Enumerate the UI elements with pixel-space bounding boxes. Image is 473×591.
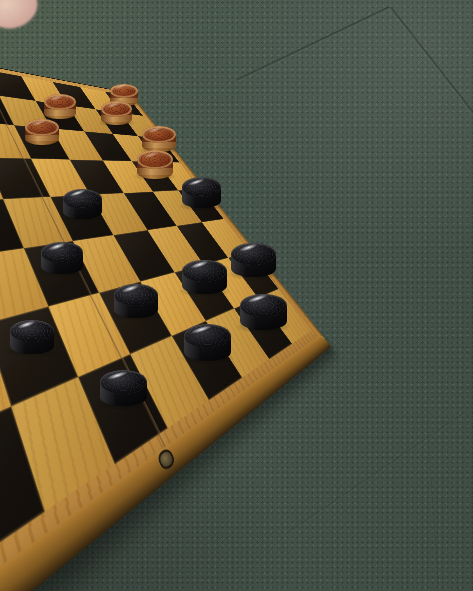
specular-highlight-icon (107, 370, 128, 381)
piece-top (137, 150, 173, 169)
piece-top (240, 294, 287, 318)
checker-piece-red[interactable] (25, 119, 59, 146)
specular-highlight-icon (142, 150, 158, 159)
specular-highlight-icon (106, 101, 120, 109)
specular-highlight-icon (30, 119, 45, 127)
piece-top (182, 260, 226, 283)
checker-piece-black[interactable] (184, 324, 231, 361)
specular-highlight-icon (147, 126, 162, 134)
checker-piece-black[interactable] (240, 294, 287, 331)
piece-top (142, 126, 176, 143)
specular-highlight-icon (188, 177, 206, 186)
piece-top (184, 324, 231, 348)
piece-top (231, 243, 275, 266)
photo-scene (0, 0, 473, 591)
specular-highlight-icon (114, 84, 127, 91)
piece-top (100, 370, 147, 394)
checker-piece-black[interactable] (182, 177, 221, 208)
piece-top (41, 242, 83, 263)
piece-top (114, 284, 158, 307)
specular-highlight-icon (69, 189, 87, 198)
checker-piece-black[interactable] (100, 370, 147, 407)
piece-top (25, 119, 59, 136)
checker-piece-black[interactable] (41, 242, 83, 275)
checker-piece-black[interactable] (114, 284, 158, 319)
specular-highlight-icon (17, 320, 37, 331)
specular-highlight-icon (247, 293, 268, 304)
specular-highlight-icon (191, 324, 212, 335)
checker-piece-black[interactable] (10, 320, 54, 355)
checker-piece-black[interactable] (182, 260, 226, 295)
specular-highlight-icon (49, 94, 63, 102)
checker-piece-black[interactable] (231, 243, 275, 278)
specular-highlight-icon (120, 283, 140, 294)
checker-piece-red[interactable] (101, 101, 132, 126)
specular-highlight-icon (189, 259, 209, 270)
checker-piece-red[interactable] (44, 94, 75, 119)
specular-highlight-icon (47, 241, 66, 251)
pieces-layer (0, 0, 473, 591)
checker-piece-black[interactable] (63, 189, 102, 220)
piece-top (63, 189, 102, 209)
checker-piece-red[interactable] (137, 150, 173, 179)
specular-highlight-icon (238, 242, 258, 253)
checker-piece-red[interactable] (142, 126, 176, 153)
piece-top (101, 101, 132, 117)
